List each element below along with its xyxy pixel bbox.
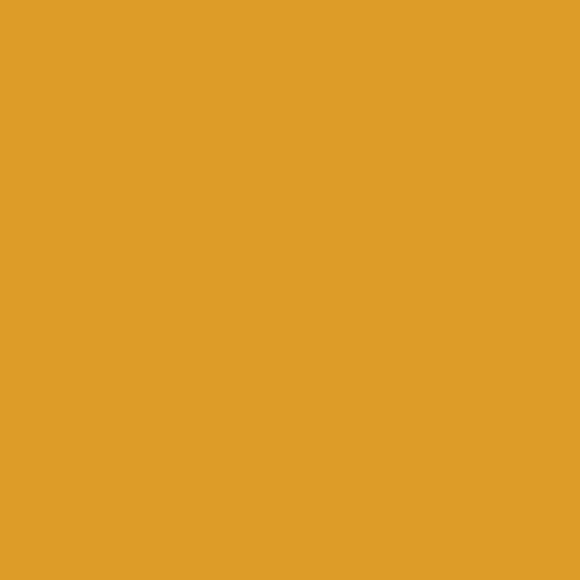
board-grid bbox=[24, 25, 556, 557]
column-labels-bottom bbox=[24, 558, 556, 574]
row-labels-left bbox=[4, 25, 24, 557]
row-labels-right bbox=[556, 25, 576, 557]
goban bbox=[0, 0, 580, 580]
column-labels-top bbox=[24, 5, 556, 21]
